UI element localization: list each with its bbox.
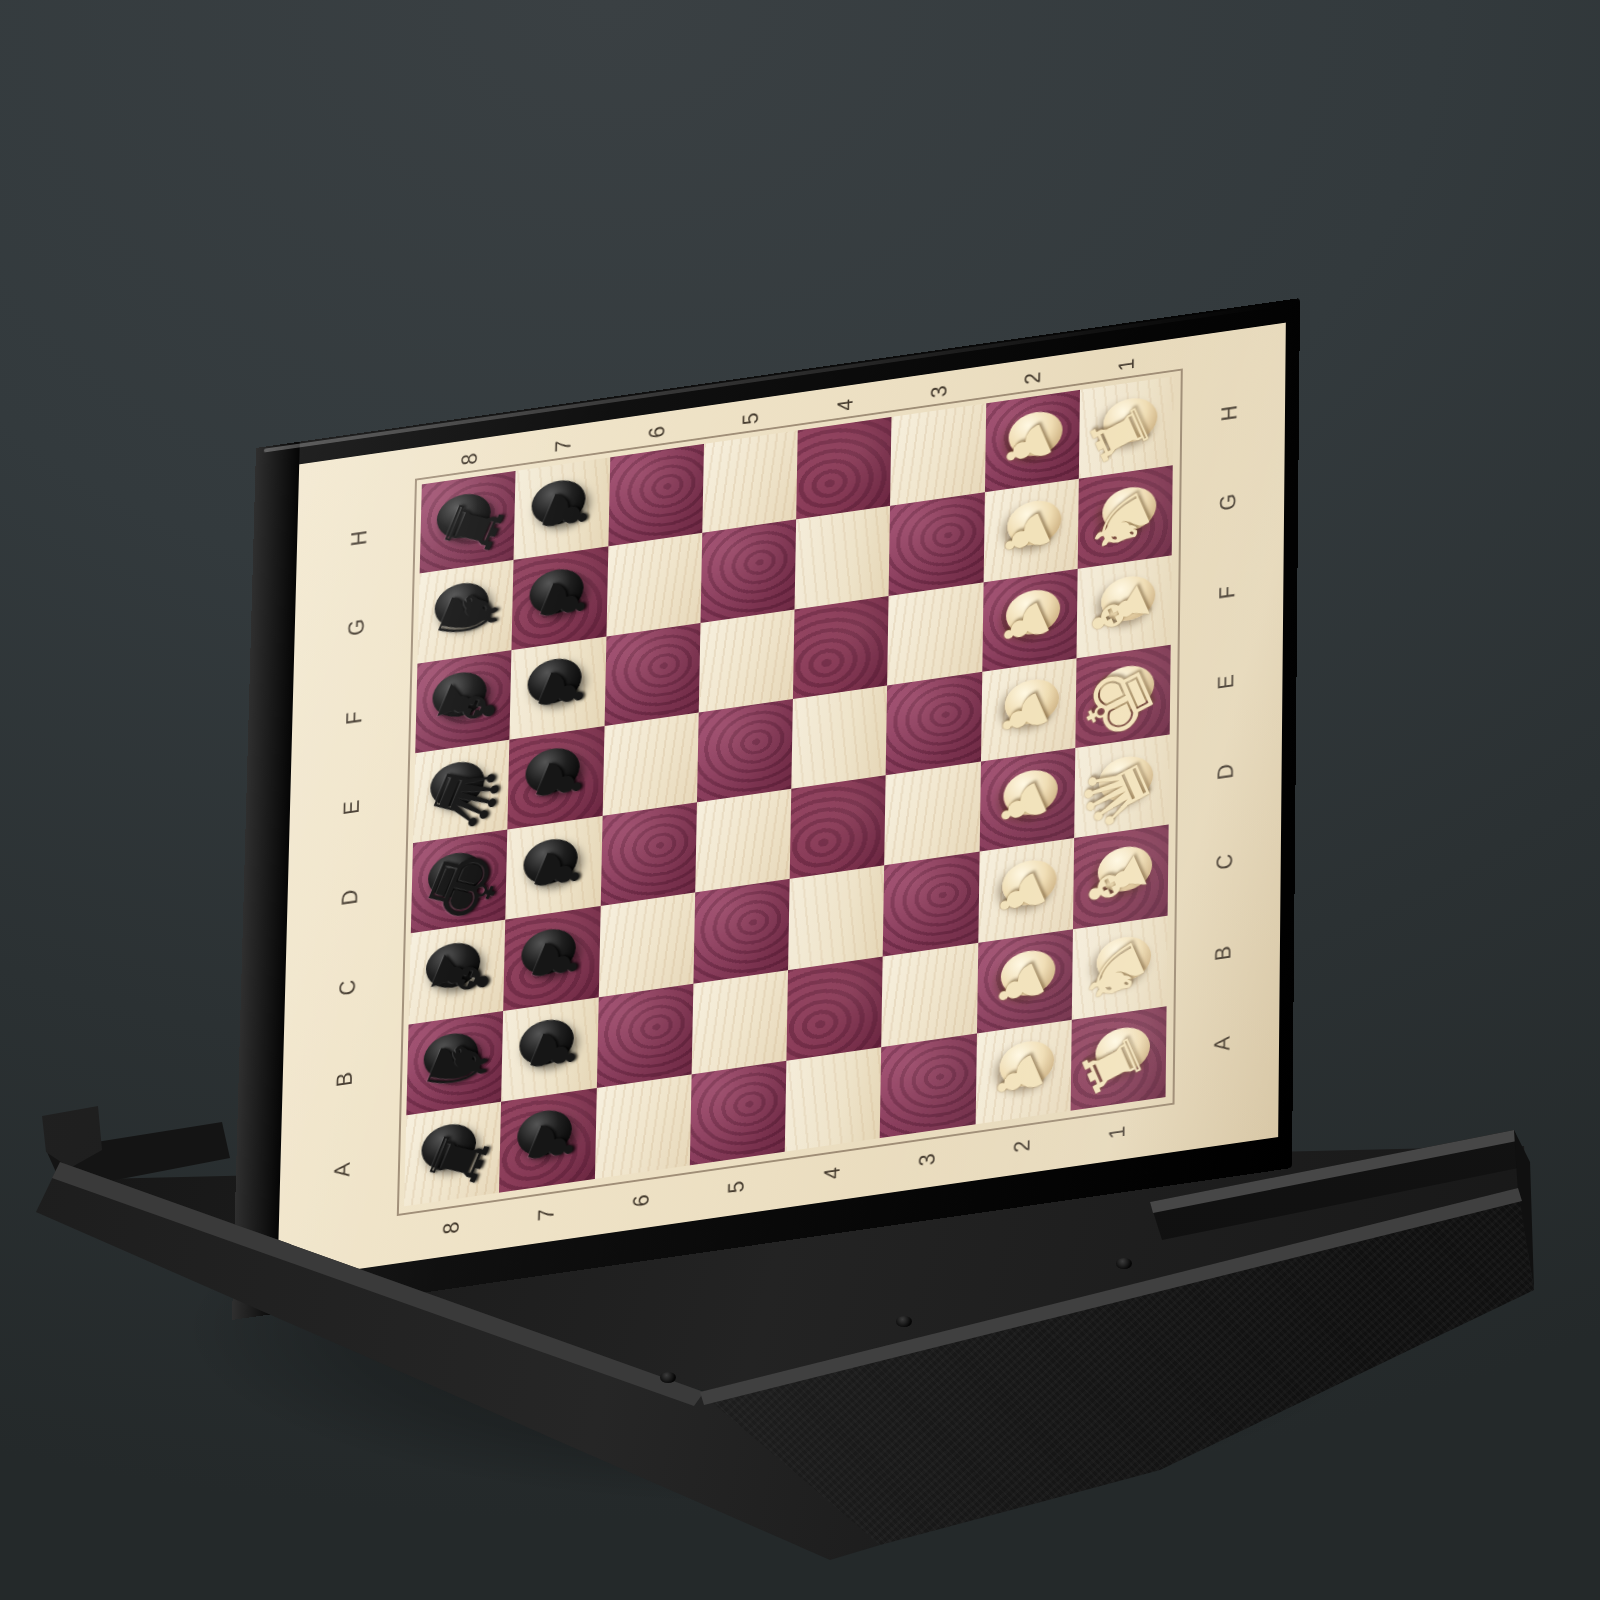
square-h3[interactable] <box>890 403 985 506</box>
pawn-glyph: ♟ <box>991 502 1061 571</box>
bishop-glyph: ♝ <box>1069 837 1163 929</box>
square-b6[interactable] <box>596 983 693 1088</box>
tray-latch-dot <box>660 1372 676 1383</box>
file-label-right-a: A <box>1166 990 1280 1097</box>
square-c1[interactable]: ♝ <box>1073 825 1169 929</box>
piece-black-queen[interactable]: ♛ <box>413 739 510 843</box>
file-label-right-e: E <box>1170 628 1283 734</box>
square-a8[interactable]: ♜ <box>404 1101 501 1206</box>
square-h7[interactable]: ♟ <box>514 457 610 560</box>
tray-latch-dot <box>1116 1258 1132 1269</box>
piece-black-bishop[interactable]: ♝ <box>415 650 511 753</box>
square-e6[interactable] <box>602 712 698 816</box>
square-c8[interactable]: ♝ <box>409 920 506 1024</box>
square-g2[interactable]: ♟ <box>983 479 1078 582</box>
square-e1[interactable]: ♚ <box>1075 645 1171 749</box>
pawn-glyph: ♟ <box>531 484 602 543</box>
square-g7[interactable]: ♟ <box>512 547 608 650</box>
piece-black-pawn[interactable]: ♟ <box>510 636 606 739</box>
pawn-glyph: ♟ <box>988 681 1059 750</box>
square-f8[interactable]: ♝ <box>415 650 511 753</box>
square-a2[interactable]: ♟ <box>975 1020 1071 1125</box>
square-d5[interactable] <box>695 789 791 893</box>
piece-white-pawn[interactable]: ♟ <box>975 1020 1071 1125</box>
piece-white-knight[interactable]: ♞ <box>1072 915 1168 1019</box>
file-label-right-g: G <box>1172 449 1285 554</box>
piece-white-bishop[interactable]: ♝ <box>1073 825 1169 929</box>
piece-white-pawn[interactable]: ♟ <box>979 748 1075 852</box>
piece-black-pawn[interactable]: ♟ <box>505 816 602 920</box>
piece-black-pawn[interactable]: ♟ <box>508 726 604 830</box>
piece-black-pawn[interactable]: ♟ <box>503 906 600 1010</box>
square-h2[interactable]: ♟ <box>984 390 1079 493</box>
square-e8[interactable]: ♛ <box>413 739 510 843</box>
square-d1[interactable]: ♛ <box>1074 734 1170 838</box>
rook-glyph: ♜ <box>430 492 514 562</box>
board-grid: 87654321H♜♟♟♜HG♞♟♟♞GF♝♟♟♝FE♛♟♟♚ED♚♟♟♛DC♝… <box>277 323 1285 1281</box>
square-f5[interactable] <box>698 609 794 712</box>
square-d2[interactable]: ♟ <box>979 748 1075 852</box>
square-h4[interactable] <box>796 417 892 520</box>
square-e3[interactable] <box>886 672 982 776</box>
square-g1[interactable]: ♞ <box>1077 465 1172 568</box>
bishop-glyph: ♝ <box>421 667 515 746</box>
square-e5[interactable] <box>697 699 793 803</box>
bishop-glyph: ♝ <box>414 937 509 1017</box>
file-label-right-b: B <box>1167 899 1281 1006</box>
scene-photo: 87654321H♜♟♟♜HG♞♟♟♞GF♝♟♟♝FE♛♟♟♚ED♚♟♟♛DC♝… <box>0 0 1600 1600</box>
piece-black-knight[interactable]: ♞ <box>406 1011 503 1116</box>
file-label-right-h: H <box>1173 360 1286 465</box>
piece-white-bishop[interactable]: ♝ <box>1076 555 1171 658</box>
square-h5[interactable] <box>702 430 798 533</box>
piece-black-knight[interactable]: ♞ <box>417 560 513 663</box>
piece-black-bishop[interactable]: ♝ <box>409 920 506 1024</box>
square-g5[interactable] <box>700 520 796 623</box>
square-a6[interactable] <box>594 1074 691 1179</box>
square-d8[interactable]: ♚ <box>411 830 508 934</box>
knight-glyph: ♞ <box>1068 927 1162 1019</box>
square-b1[interactable]: ♞ <box>1072 915 1168 1019</box>
square-f4[interactable] <box>793 595 889 698</box>
square-g3[interactable] <box>889 493 985 596</box>
file-label-right-d: D <box>1169 718 1282 824</box>
piece-white-pawn[interactable]: ♟ <box>983 479 1078 582</box>
file-label-right-f: F <box>1171 539 1284 645</box>
square-b8[interactable]: ♞ <box>406 1011 503 1116</box>
square-a4[interactable] <box>785 1047 882 1152</box>
square-a5[interactable] <box>690 1061 787 1166</box>
piece-white-knight[interactable]: ♞ <box>1077 465 1172 568</box>
pawn-glyph: ♟ <box>992 413 1062 482</box>
piece-white-pawn[interactable]: ♟ <box>980 658 1076 762</box>
square-f2[interactable]: ♟ <box>982 568 1078 671</box>
piece-black-pawn[interactable]: ♟ <box>514 457 610 560</box>
pawn-glyph: ♟ <box>984 952 1055 1022</box>
square-a7[interactable]: ♟ <box>499 1088 596 1193</box>
square-e2[interactable]: ♟ <box>980 658 1076 762</box>
king-glyph: ♚ <box>409 840 519 932</box>
square-e4[interactable] <box>791 685 887 789</box>
square-c4[interactable] <box>788 865 884 969</box>
piece-black-pawn[interactable]: ♟ <box>501 997 598 1102</box>
rook-glyph: ♜ <box>1072 1023 1156 1106</box>
pawn-glyph: ♟ <box>527 663 598 723</box>
pawn-glyph: ♟ <box>529 573 600 632</box>
square-g8[interactable]: ♞ <box>417 560 513 663</box>
square-f3[interactable] <box>887 582 983 685</box>
square-c3[interactable] <box>883 852 979 956</box>
square-e7[interactable]: ♟ <box>508 726 604 830</box>
piece-black-pawn[interactable]: ♟ <box>512 547 608 650</box>
square-b7[interactable]: ♟ <box>501 997 598 1102</box>
bishop-glyph: ♝ <box>1073 567 1166 658</box>
square-c7[interactable]: ♟ <box>503 906 600 1010</box>
rook-glyph: ♜ <box>415 1123 500 1194</box>
pawn-glyph: ♟ <box>521 933 593 993</box>
square-f1[interactable]: ♝ <box>1076 555 1171 658</box>
square-g6[interactable] <box>606 533 702 636</box>
piece-black-king[interactable]: ♚ <box>411 830 508 934</box>
knight-glyph: ♞ <box>412 1028 507 1108</box>
pawn-glyph: ♟ <box>987 771 1058 840</box>
piece-white-rook[interactable]: ♜ <box>1070 1006 1166 1111</box>
piece-black-rook[interactable]: ♜ <box>420 471 516 574</box>
piece-white-pawn[interactable]: ♟ <box>982 568 1078 671</box>
board-panel: 87654321H♜♟♟♜HG♞♟♟♞GF♝♟♟♝FE♛♟♟♚ED♚♟♟♛DC♝… <box>277 323 1285 1281</box>
square-b2[interactable]: ♟ <box>976 929 1072 1033</box>
queen-glyph: ♛ <box>414 752 519 840</box>
pawn-glyph: ♟ <box>519 1024 591 1084</box>
square-h8[interactable]: ♜ <box>420 471 516 574</box>
square-d7[interactable]: ♟ <box>505 816 602 920</box>
square-c6[interactable] <box>598 893 695 997</box>
square-h1[interactable]: ♜ <box>1079 376 1174 479</box>
pawn-glyph: ♟ <box>983 1043 1054 1113</box>
square-a1[interactable]: ♜ <box>1070 1006 1166 1111</box>
square-b3[interactable] <box>881 942 977 1046</box>
square-f6[interactable] <box>604 623 700 726</box>
rook-glyph: ♜ <box>1080 393 1163 474</box>
piece-white-queen[interactable]: ♛ <box>1074 734 1170 838</box>
piece-white-pawn[interactable]: ♟ <box>978 838 1074 942</box>
knight-glyph: ♞ <box>423 577 517 655</box>
piece-white-king[interactable]: ♚ <box>1075 645 1171 749</box>
piece-white-rook[interactable]: ♜ <box>1079 376 1174 479</box>
pawn-glyph: ♟ <box>986 862 1057 932</box>
square-b4[interactable] <box>786 956 883 1060</box>
pawn-glyph: ♟ <box>523 843 595 903</box>
knight-glyph: ♞ <box>1074 477 1167 568</box>
square-f7[interactable]: ♟ <box>510 636 606 739</box>
square-d6[interactable] <box>600 802 696 906</box>
tray-latch-dot <box>896 1316 912 1327</box>
pawn-glyph: ♟ <box>990 592 1060 661</box>
square-c2[interactable]: ♟ <box>978 838 1074 942</box>
square-b5[interactable] <box>691 970 788 1075</box>
piece-white-pawn[interactable]: ♟ <box>976 929 1072 1033</box>
square-c5[interactable] <box>693 879 790 983</box>
square-d4[interactable] <box>790 775 886 879</box>
piece-black-pawn[interactable]: ♟ <box>499 1088 596 1193</box>
chess-board-case: 87654321H♜♟♟♜HG♞♟♟♞GF♝♟♟♝FE♛♟♟♚ED♚♟♟♛DC♝… <box>232 298 1300 1320</box>
square-h6[interactable] <box>608 444 704 547</box>
square-d3[interactable] <box>884 762 980 866</box>
square-g4[interactable] <box>795 506 891 609</box>
pawn-glyph: ♟ <box>525 752 596 812</box>
file-label-right-c: C <box>1168 809 1282 916</box>
square-a3[interactable] <box>880 1033 977 1138</box>
piece-black-rook[interactable]: ♜ <box>404 1101 501 1206</box>
piece-white-pawn[interactable]: ♟ <box>984 390 1079 493</box>
